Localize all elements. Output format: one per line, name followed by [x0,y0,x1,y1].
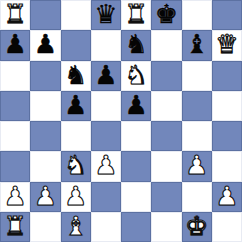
square-e8[interactable]: ♜ [121,0,151,30]
square-d3[interactable]: ♟ [91,151,121,181]
square-b6[interactable] [30,61,60,91]
square-a3[interactable] [0,151,30,181]
square-a6[interactable] [0,61,30,91]
square-h5[interactable] [212,91,242,121]
square-e1[interactable] [121,212,151,242]
square-h6[interactable] [212,61,242,91]
square-g7[interactable]: ♝ [182,30,212,60]
square-b8[interactable] [30,0,60,30]
piece-black-queen[interactable]: ♛ [94,0,117,29]
square-f5[interactable] [151,91,181,121]
square-b5[interactable] [30,91,60,121]
piece-white-pawn[interactable]: ♟ [215,182,238,211]
square-e7[interactable]: ♞ [121,30,151,60]
square-b3[interactable] [30,151,60,181]
piece-white-rook[interactable]: ♜ [3,0,26,29]
square-c5[interactable]: ♟ [61,91,91,121]
square-b2[interactable]: ♟ [30,182,60,212]
square-g3[interactable]: ♟ [182,151,212,181]
square-d5[interactable] [91,91,121,121]
square-f1[interactable] [151,212,181,242]
square-g5[interactable] [182,91,212,121]
square-g2[interactable] [182,182,212,212]
square-f7[interactable] [151,30,181,60]
piece-black-pawn[interactable]: ♟ [64,91,87,120]
square-d1[interactable] [91,212,121,242]
piece-white-rook[interactable]: ♜ [124,0,147,29]
square-c6[interactable]: ♞ [61,61,91,91]
piece-black-king[interactable]: ♚ [155,0,178,29]
piece-white-knight[interactable]: ♞ [124,61,147,90]
piece-white-knight[interactable]: ♞ [64,151,87,180]
square-d6[interactable]: ♟ [91,61,121,91]
square-e3[interactable] [121,151,151,181]
piece-black-pawn[interactable]: ♟ [3,30,26,59]
square-f4[interactable] [151,121,181,151]
square-d8[interactable]: ♛ [91,0,121,30]
square-c3[interactable]: ♞ [61,151,91,181]
square-g8[interactable] [182,0,212,30]
square-a2[interactable]: ♟ [0,182,30,212]
square-e5[interactable]: ♟ [121,91,151,121]
piece-black-pawn[interactable]: ♟ [124,91,147,120]
square-a8[interactable]: ♜ [0,0,30,30]
square-g4[interactable] [182,121,212,151]
square-g6[interactable] [182,61,212,91]
square-f3[interactable] [151,151,181,181]
square-h2[interactable]: ♟ [212,182,242,212]
piece-white-pawn[interactable]: ♟ [185,151,208,180]
square-c7[interactable] [61,30,91,60]
square-d4[interactable] [91,121,121,151]
square-h4[interactable] [212,121,242,151]
square-h3[interactable] [212,151,242,181]
square-c8[interactable] [61,0,91,30]
square-h1[interactable] [212,212,242,242]
square-b1[interactable] [30,212,60,242]
square-f2[interactable] [151,182,181,212]
piece-black-bishop[interactable]: ♝ [185,30,208,59]
square-e2[interactable] [121,182,151,212]
square-f6[interactable] [151,61,181,91]
piece-black-pawn[interactable]: ♟ [94,61,117,90]
square-g1[interactable]: ♚ [182,212,212,242]
square-d7[interactable] [91,30,121,60]
square-a4[interactable] [0,121,30,151]
square-c2[interactable]: ♟ [61,182,91,212]
piece-black-knight[interactable]: ♞ [124,30,147,59]
square-a7[interactable]: ♟ [0,30,30,60]
square-b7[interactable]: ♟ [30,30,60,60]
piece-white-bishop[interactable]: ♝ [64,212,87,241]
piece-white-king[interactable]: ♚ [185,212,208,241]
piece-black-pawn[interactable]: ♟ [34,30,57,59]
square-a5[interactable] [0,91,30,121]
square-c1[interactable]: ♝ [61,212,91,242]
square-e4[interactable] [121,121,151,151]
square-h7[interactable]: ♛ [212,30,242,60]
piece-white-pawn[interactable]: ♟ [64,182,87,211]
square-f8[interactable]: ♚ [151,0,181,30]
piece-white-queen[interactable]: ♛ [215,30,238,59]
piece-white-pawn[interactable]: ♟ [94,151,117,180]
piece-white-pawn[interactable]: ♟ [34,182,57,211]
square-b4[interactable] [30,121,60,151]
square-e6[interactable]: ♞ [121,61,151,91]
square-d2[interactable] [91,182,121,212]
chess-board: ♜♛♜♚♟♟♞♝♛♞♟♞♟♟♞♟♟♟♟♟♟♜♝♚ [0,0,242,242]
piece-white-pawn[interactable]: ♟ [3,182,26,211]
square-a1[interactable]: ♜ [0,212,30,242]
piece-black-knight[interactable]: ♞ [64,61,87,90]
square-c4[interactable] [61,121,91,151]
piece-white-rook[interactable]: ♜ [3,212,26,241]
square-h8[interactable] [212,0,242,30]
